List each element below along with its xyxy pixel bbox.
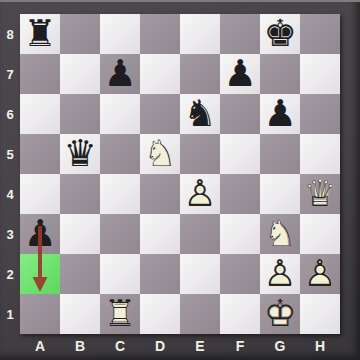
white-king[interactable]: ♚♔ — [260, 294, 300, 334]
square-d7[interactable] — [140, 54, 180, 94]
square-g5[interactable] — [260, 134, 300, 174]
square-g7[interactable] — [260, 54, 300, 94]
square-f5[interactable] — [220, 134, 260, 174]
rank-label-2: 2 — [0, 254, 20, 294]
square-c5[interactable] — [100, 134, 140, 174]
rank-label-5: 5 — [0, 134, 20, 174]
black-pawn[interactable]: ♟ — [220, 54, 260, 94]
square-c2[interactable] — [100, 254, 140, 294]
white-pawn[interactable]: ♟♙ — [260, 254, 300, 294]
black-rook[interactable]: ♜ — [20, 14, 60, 54]
square-d1[interactable] — [140, 294, 180, 334]
rank-labels: 87654321 — [0, 14, 20, 334]
square-h8[interactable] — [300, 14, 340, 54]
rank-label-3: 3 — [0, 214, 20, 254]
square-d8[interactable] — [140, 14, 180, 54]
square-e3[interactable] — [180, 214, 220, 254]
square-a5[interactable] — [20, 134, 60, 174]
rank-label-6: 6 — [0, 94, 20, 134]
square-a8[interactable]: ♜ — [20, 14, 60, 54]
file-label-g: G — [260, 336, 300, 356]
square-e4[interactable]: ♟♙ — [180, 174, 220, 214]
square-h1[interactable] — [300, 294, 340, 334]
square-f4[interactable] — [220, 174, 260, 214]
white-rook[interactable]: ♜♖ — [100, 294, 140, 334]
square-c4[interactable] — [100, 174, 140, 214]
square-e1[interactable] — [180, 294, 220, 334]
square-f8[interactable] — [220, 14, 260, 54]
file-label-d: D — [140, 336, 180, 356]
rank-label-4: 4 — [0, 174, 20, 214]
square-h7[interactable] — [300, 54, 340, 94]
black-queen[interactable]: ♛ — [60, 134, 100, 174]
chess-board: ♜♚♟♟♞♟♛♞♘♟♙♛♕♟♞♘♟♙♟♙♜♖♚♔ — [20, 14, 340, 334]
square-g6[interactable]: ♟ — [260, 94, 300, 134]
black-pawn[interactable]: ♟ — [20, 214, 60, 254]
square-e5[interactable] — [180, 134, 220, 174]
square-e8[interactable] — [180, 14, 220, 54]
square-h5[interactable] — [300, 134, 340, 174]
black-pawn[interactable]: ♟ — [100, 54, 140, 94]
square-a1[interactable] — [20, 294, 60, 334]
square-b6[interactable] — [60, 94, 100, 134]
square-d6[interactable] — [140, 94, 180, 134]
rank-label-7: 7 — [0, 54, 20, 94]
white-queen[interactable]: ♛♕ — [300, 174, 340, 214]
square-h3[interactable] — [300, 214, 340, 254]
square-d4[interactable] — [140, 174, 180, 214]
white-pawn[interactable]: ♟♙ — [180, 174, 220, 214]
square-b1[interactable] — [60, 294, 100, 334]
square-c7[interactable]: ♟ — [100, 54, 140, 94]
file-labels: ABCDEFGH — [20, 336, 340, 356]
file-label-f: F — [220, 336, 260, 356]
square-a3[interactable]: ♟ — [20, 214, 60, 254]
square-g4[interactable] — [260, 174, 300, 214]
square-h2[interactable]: ♟♙ — [300, 254, 340, 294]
black-king[interactable]: ♚ — [260, 14, 300, 54]
square-b3[interactable] — [60, 214, 100, 254]
rank-label-8: 8 — [0, 14, 20, 54]
square-e6[interactable]: ♞ — [180, 94, 220, 134]
square-f2[interactable] — [220, 254, 260, 294]
file-label-b: B — [60, 336, 100, 356]
file-label-e: E — [180, 336, 220, 356]
black-knight[interactable]: ♞ — [180, 94, 220, 134]
square-d2[interactable] — [140, 254, 180, 294]
square-h6[interactable] — [300, 94, 340, 134]
square-c8[interactable] — [100, 14, 140, 54]
square-c1[interactable]: ♜♖ — [100, 294, 140, 334]
square-a6[interactable] — [20, 94, 60, 134]
black-pawn[interactable]: ♟ — [260, 94, 300, 134]
square-e7[interactable] — [180, 54, 220, 94]
square-e2[interactable] — [180, 254, 220, 294]
file-label-c: C — [100, 336, 140, 356]
square-b7[interactable] — [60, 54, 100, 94]
square-f6[interactable] — [220, 94, 260, 134]
square-b8[interactable] — [60, 14, 100, 54]
square-d5[interactable]: ♞♘ — [140, 134, 180, 174]
square-b4[interactable] — [60, 174, 100, 214]
square-c6[interactable] — [100, 94, 140, 134]
white-knight[interactable]: ♞♘ — [260, 214, 300, 254]
square-b5[interactable]: ♛ — [60, 134, 100, 174]
white-pawn[interactable]: ♟♙ — [300, 254, 340, 294]
square-h4[interactable]: ♛♕ — [300, 174, 340, 214]
square-f1[interactable] — [220, 294, 260, 334]
square-g3[interactable]: ♞♘ — [260, 214, 300, 254]
file-label-h: H — [300, 336, 340, 356]
square-f3[interactable] — [220, 214, 260, 254]
square-a7[interactable] — [20, 54, 60, 94]
square-d3[interactable] — [140, 214, 180, 254]
square-c3[interactable] — [100, 214, 140, 254]
white-knight[interactable]: ♞♘ — [140, 134, 180, 174]
square-a4[interactable] — [20, 174, 60, 214]
chess-board-frame: 87654321 ABCDEFGH ♜♚♟♟♞♟♛♞♘♟♙♛♕♟♞♘♟♙♟♙♜♖… — [0, 0, 360, 360]
file-label-a: A — [20, 336, 60, 356]
square-g8[interactable]: ♚ — [260, 14, 300, 54]
rank-label-1: 1 — [0, 294, 20, 334]
square-a2[interactable] — [20, 254, 60, 294]
square-g2[interactable]: ♟♙ — [260, 254, 300, 294]
square-f7[interactable]: ♟ — [220, 54, 260, 94]
square-b2[interactable] — [60, 254, 100, 294]
square-g1[interactable]: ♚♔ — [260, 294, 300, 334]
